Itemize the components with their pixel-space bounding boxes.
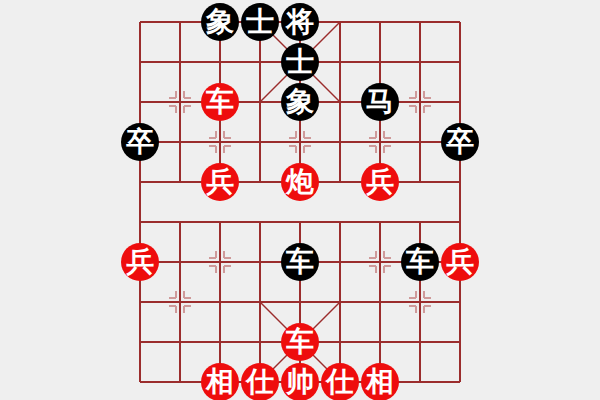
piece-red-elephant[interactable]: 相 — [201, 363, 239, 400]
piece-black-chariot[interactable]: 车 — [401, 243, 439, 281]
piece-black-elephant[interactable]: 象 — [281, 83, 319, 121]
piece-black-elephant[interactable]: 象 — [201, 3, 239, 41]
piece-black-advisor[interactable]: 士 — [241, 3, 279, 41]
piece-black-pawn[interactable]: 卒 — [121, 123, 159, 161]
piece-red-elephant[interactable]: 相 — [361, 363, 399, 400]
piece-black-advisor[interactable]: 士 — [281, 43, 319, 81]
piece-red-pawn[interactable]: 兵 — [361, 163, 399, 201]
piece-red-pawn[interactable]: 兵 — [121, 243, 159, 281]
piece-red-general[interactable]: 帅 — [281, 363, 319, 400]
piece-red-chariot[interactable]: 车 — [281, 323, 319, 361]
xiangqi-board: 象士将士车象马卒卒兵炮兵兵车车兵车相仕帅仕相 — [120, 2, 480, 400]
piece-red-cannon[interactable]: 炮 — [281, 163, 319, 201]
piece-red-advisor[interactable]: 仕 — [321, 363, 359, 400]
app-background: 象士将士车象马卒卒兵炮兵兵车车兵车相仕帅仕相 — [0, 0, 600, 400]
piece-red-pawn[interactable]: 兵 — [201, 163, 239, 201]
piece-red-chariot[interactable]: 车 — [201, 83, 239, 121]
piece-black-horse[interactable]: 马 — [361, 83, 399, 121]
piece-black-pawn[interactable]: 卒 — [441, 123, 479, 161]
piece-layer: 象士将士车象马卒卒兵炮兵兵车车兵车相仕帅仕相 — [120, 2, 480, 400]
piece-black-general[interactable]: 将 — [281, 3, 319, 41]
piece-black-chariot[interactable]: 车 — [281, 243, 319, 281]
piece-red-pawn[interactable]: 兵 — [441, 243, 479, 281]
piece-red-advisor[interactable]: 仕 — [241, 363, 279, 400]
